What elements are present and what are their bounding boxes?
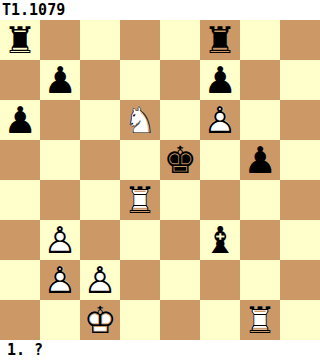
black-pawn[interactable]: ♟	[200, 60, 240, 100]
white-pawn[interactable]: ♟♙	[40, 220, 80, 260]
square-b2[interactable]: ♟♙	[40, 260, 80, 300]
square-a5[interactable]	[0, 140, 40, 180]
white-knight-outline: ♘	[120, 100, 160, 140]
white-pawn-outline: ♙	[200, 100, 240, 140]
square-g3[interactable]	[240, 220, 280, 260]
black-rook-glyph: ♜	[200, 20, 240, 60]
square-g2[interactable]	[240, 260, 280, 300]
square-g8[interactable]	[240, 20, 280, 60]
square-b5[interactable]	[40, 140, 80, 180]
white-rook[interactable]: ♜♖	[120, 180, 160, 220]
black-pawn-glyph: ♟	[40, 60, 80, 100]
white-pawn-outline: ♙	[40, 220, 80, 260]
move-prompt: 1. ?	[0, 340, 320, 360]
square-h4[interactable]	[280, 180, 320, 220]
square-g7[interactable]	[240, 60, 280, 100]
square-e1[interactable]	[160, 300, 200, 340]
square-f5[interactable]	[200, 140, 240, 180]
square-e3[interactable]	[160, 220, 200, 260]
white-rook-outline: ♖	[120, 180, 160, 220]
black-king[interactable]: ♚	[160, 140, 200, 180]
black-pawn[interactable]: ♟	[240, 140, 280, 180]
black-rook[interactable]: ♜	[0, 20, 40, 60]
square-a7[interactable]	[0, 60, 40, 100]
square-g5[interactable]: ♟	[240, 140, 280, 180]
black-pawn-glyph: ♟	[200, 60, 240, 100]
square-a4[interactable]	[0, 180, 40, 220]
square-h8[interactable]	[280, 20, 320, 60]
square-b6[interactable]	[40, 100, 80, 140]
square-e6[interactable]	[160, 100, 200, 140]
square-c6[interactable]	[80, 100, 120, 140]
square-d5[interactable]	[120, 140, 160, 180]
puzzle-id: T1.1079	[0, 0, 320, 20]
square-h2[interactable]	[280, 260, 320, 300]
black-pawn[interactable]: ♟	[0, 100, 40, 140]
black-pawn-glyph: ♟	[0, 100, 40, 140]
white-rook[interactable]: ♜♖	[240, 300, 280, 340]
square-h3[interactable]	[280, 220, 320, 260]
white-pawn[interactable]: ♟♙	[80, 260, 120, 300]
square-a6[interactable]: ♟	[0, 100, 40, 140]
square-b3[interactable]: ♟♙	[40, 220, 80, 260]
white-king-outline: ♔	[80, 300, 120, 340]
square-f7[interactable]: ♟	[200, 60, 240, 100]
square-h6[interactable]	[280, 100, 320, 140]
square-d7[interactable]	[120, 60, 160, 100]
white-king[interactable]: ♚♔	[80, 300, 120, 340]
chess-app: T1.1079 ♜♜♟♟♟♞♘♟♙♚♟♜♖♟♙♝♟♙♟♙♚♔♜♖ 1. ?	[0, 0, 320, 360]
square-h5[interactable]	[280, 140, 320, 180]
white-pawn-outline: ♙	[80, 260, 120, 300]
square-a1[interactable]	[0, 300, 40, 340]
square-c8[interactable]	[80, 20, 120, 60]
square-c4[interactable]	[80, 180, 120, 220]
square-d2[interactable]	[120, 260, 160, 300]
square-g6[interactable]	[240, 100, 280, 140]
square-f1[interactable]	[200, 300, 240, 340]
square-c1[interactable]: ♚♔	[80, 300, 120, 340]
black-rook-glyph: ♜	[0, 20, 40, 60]
square-e4[interactable]	[160, 180, 200, 220]
white-pawn-outline: ♙	[40, 260, 80, 300]
square-f2[interactable]	[200, 260, 240, 300]
square-f6[interactable]: ♟♙	[200, 100, 240, 140]
square-d1[interactable]	[120, 300, 160, 340]
black-bishop[interactable]: ♝	[200, 220, 240, 260]
square-e7[interactable]	[160, 60, 200, 100]
white-rook-outline: ♖	[240, 300, 280, 340]
square-a8[interactable]: ♜	[0, 20, 40, 60]
square-b4[interactable]	[40, 180, 80, 220]
square-e5[interactable]: ♚	[160, 140, 200, 180]
white-pawn[interactable]: ♟♙	[40, 260, 80, 300]
square-f3[interactable]: ♝	[200, 220, 240, 260]
square-h1[interactable]	[280, 300, 320, 340]
square-g4[interactable]	[240, 180, 280, 220]
white-pawn[interactable]: ♟♙	[200, 100, 240, 140]
square-g1[interactable]: ♜♖	[240, 300, 280, 340]
square-h7[interactable]	[280, 60, 320, 100]
square-a3[interactable]	[0, 220, 40, 260]
square-a2[interactable]	[0, 260, 40, 300]
black-rook[interactable]: ♜	[200, 20, 240, 60]
square-f4[interactable]	[200, 180, 240, 220]
square-b1[interactable]	[40, 300, 80, 340]
square-c7[interactable]	[80, 60, 120, 100]
square-e2[interactable]	[160, 260, 200, 300]
square-c3[interactable]	[80, 220, 120, 260]
square-d3[interactable]	[120, 220, 160, 260]
square-d8[interactable]	[120, 20, 160, 60]
square-d4[interactable]: ♜♖	[120, 180, 160, 220]
square-e8[interactable]	[160, 20, 200, 60]
black-pawn-glyph: ♟	[240, 140, 280, 180]
square-c2[interactable]: ♟♙	[80, 260, 120, 300]
black-bishop-glyph: ♝	[200, 220, 240, 260]
black-king-glyph: ♚	[160, 140, 200, 180]
square-c5[interactable]	[80, 140, 120, 180]
black-pawn[interactable]: ♟	[40, 60, 80, 100]
square-d6[interactable]: ♞♘	[120, 100, 160, 140]
square-b7[interactable]: ♟	[40, 60, 80, 100]
white-knight[interactable]: ♞♘	[120, 100, 160, 140]
square-f8[interactable]: ♜	[200, 20, 240, 60]
square-b8[interactable]	[40, 20, 80, 60]
chess-board: ♜♜♟♟♟♞♘♟♙♚♟♜♖♟♙♝♟♙♟♙♚♔♜♖	[0, 20, 320, 340]
